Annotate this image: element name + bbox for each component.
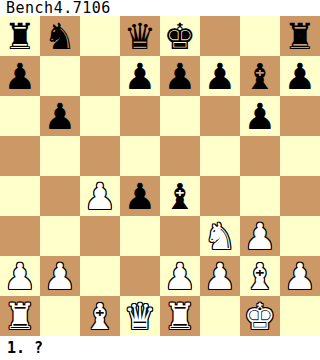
white-knight-piece: ♞ xyxy=(204,217,236,256)
square-g1[interactable]: ♚ xyxy=(240,296,280,336)
black-pawn-piece: ♟ xyxy=(124,57,156,96)
square-b5[interactable] xyxy=(40,136,80,176)
white-queen-piece: ♛ xyxy=(124,297,156,336)
square-d2[interactable] xyxy=(120,256,160,296)
square-e1[interactable]: ♜ xyxy=(160,296,200,336)
square-f4[interactable] xyxy=(200,176,240,216)
white-pawn-piece: ♟ xyxy=(284,257,316,296)
square-d5[interactable] xyxy=(120,136,160,176)
square-h6[interactable] xyxy=(280,96,320,136)
white-king-piece: ♚ xyxy=(244,297,276,336)
black-rook-piece: ♜ xyxy=(4,17,36,56)
black-pawn-piece: ♟ xyxy=(4,57,36,96)
square-g4[interactable] xyxy=(240,176,280,216)
white-bishop-piece: ♝ xyxy=(84,297,116,336)
square-g3[interactable]: ♟ xyxy=(240,216,280,256)
white-pawn-piece: ♟ xyxy=(44,257,76,296)
square-e3[interactable] xyxy=(160,216,200,256)
square-f2[interactable]: ♟ xyxy=(200,256,240,296)
square-e5[interactable] xyxy=(160,136,200,176)
square-b6[interactable]: ♟ xyxy=(40,96,80,136)
square-f3[interactable]: ♞ xyxy=(200,216,240,256)
square-a6[interactable] xyxy=(0,96,40,136)
square-b4[interactable] xyxy=(40,176,80,216)
black-pawn-piece: ♟ xyxy=(124,177,156,216)
square-b2[interactable]: ♟ xyxy=(40,256,80,296)
square-g2[interactable]: ♝ xyxy=(240,256,280,296)
square-a5[interactable] xyxy=(0,136,40,176)
square-e7[interactable]: ♟ xyxy=(160,56,200,96)
square-c3[interactable] xyxy=(80,216,120,256)
square-h1[interactable] xyxy=(280,296,320,336)
white-rook-piece: ♜ xyxy=(4,297,36,336)
square-c5[interactable] xyxy=(80,136,120,176)
black-king-piece: ♚ xyxy=(164,17,196,56)
chess-board: ♜♞♛♚♜♟♟♟♟♝♟♟♟♟♟♝♞♟♟♟♟♟♝♟♜♝♛♜♚ xyxy=(0,16,320,336)
black-rook-piece: ♜ xyxy=(284,17,316,56)
square-f1[interactable] xyxy=(200,296,240,336)
square-b1[interactable] xyxy=(40,296,80,336)
white-pawn-piece: ♟ xyxy=(84,177,116,216)
square-e4[interactable]: ♝ xyxy=(160,176,200,216)
page-title: Bench4.7106 xyxy=(6,0,111,16)
square-d6[interactable] xyxy=(120,96,160,136)
square-h5[interactable] xyxy=(280,136,320,176)
black-pawn-piece: ♟ xyxy=(164,57,196,96)
square-c4[interactable]: ♟ xyxy=(80,176,120,216)
white-rook-piece: ♜ xyxy=(164,297,196,336)
square-e8[interactable]: ♚ xyxy=(160,16,200,56)
black-bishop-piece: ♝ xyxy=(164,177,196,216)
square-d4[interactable]: ♟ xyxy=(120,176,160,216)
black-queen-piece: ♛ xyxy=(124,17,156,56)
square-d8[interactable]: ♛ xyxy=(120,16,160,56)
square-f6[interactable] xyxy=(200,96,240,136)
square-b3[interactable] xyxy=(40,216,80,256)
square-a8[interactable]: ♜ xyxy=(0,16,40,56)
square-d3[interactable] xyxy=(120,216,160,256)
square-a1[interactable]: ♜ xyxy=(0,296,40,336)
square-h7[interactable]: ♟ xyxy=(280,56,320,96)
square-c7[interactable] xyxy=(80,56,120,96)
square-b8[interactable]: ♞ xyxy=(40,16,80,56)
square-e6[interactable] xyxy=(160,96,200,136)
square-e2[interactable]: ♟ xyxy=(160,256,200,296)
square-d7[interactable]: ♟ xyxy=(120,56,160,96)
square-h8[interactable]: ♜ xyxy=(280,16,320,56)
square-g5[interactable] xyxy=(240,136,280,176)
square-a3[interactable] xyxy=(0,216,40,256)
square-g7[interactable]: ♝ xyxy=(240,56,280,96)
white-pawn-piece: ♟ xyxy=(244,217,276,256)
black-pawn-piece: ♟ xyxy=(44,97,76,136)
white-pawn-piece: ♟ xyxy=(4,257,36,296)
square-b7[interactable] xyxy=(40,56,80,96)
square-a7[interactable]: ♟ xyxy=(0,56,40,96)
white-bishop-piece: ♝ xyxy=(244,257,276,296)
move-prompt: 1. ? xyxy=(7,336,43,360)
black-pawn-piece: ♟ xyxy=(204,57,236,96)
square-c1[interactable]: ♝ xyxy=(80,296,120,336)
square-g8[interactable] xyxy=(240,16,280,56)
black-knight-piece: ♞ xyxy=(44,17,76,56)
black-pawn-piece: ♟ xyxy=(284,57,316,96)
square-h2[interactable]: ♟ xyxy=(280,256,320,296)
black-pawn-piece: ♟ xyxy=(244,97,276,136)
square-c8[interactable] xyxy=(80,16,120,56)
white-pawn-piece: ♟ xyxy=(164,257,196,296)
square-g6[interactable]: ♟ xyxy=(240,96,280,136)
black-bishop-piece: ♝ xyxy=(244,57,276,96)
chess-diagram-window: Bench4.7106 ♜♞♛♚♜♟♟♟♟♝♟♟♟♟♟♝♞♟♟♟♟♟♝♟♜♝♛♜… xyxy=(0,0,320,360)
square-f7[interactable]: ♟ xyxy=(200,56,240,96)
square-f8[interactable] xyxy=(200,16,240,56)
square-a4[interactable] xyxy=(0,176,40,216)
square-a2[interactable]: ♟ xyxy=(0,256,40,296)
square-h3[interactable] xyxy=(280,216,320,256)
square-d1[interactable]: ♛ xyxy=(120,296,160,336)
square-c2[interactable] xyxy=(80,256,120,296)
square-h4[interactable] xyxy=(280,176,320,216)
white-pawn-piece: ♟ xyxy=(204,257,236,296)
square-c6[interactable] xyxy=(80,96,120,136)
square-f5[interactable] xyxy=(200,136,240,176)
